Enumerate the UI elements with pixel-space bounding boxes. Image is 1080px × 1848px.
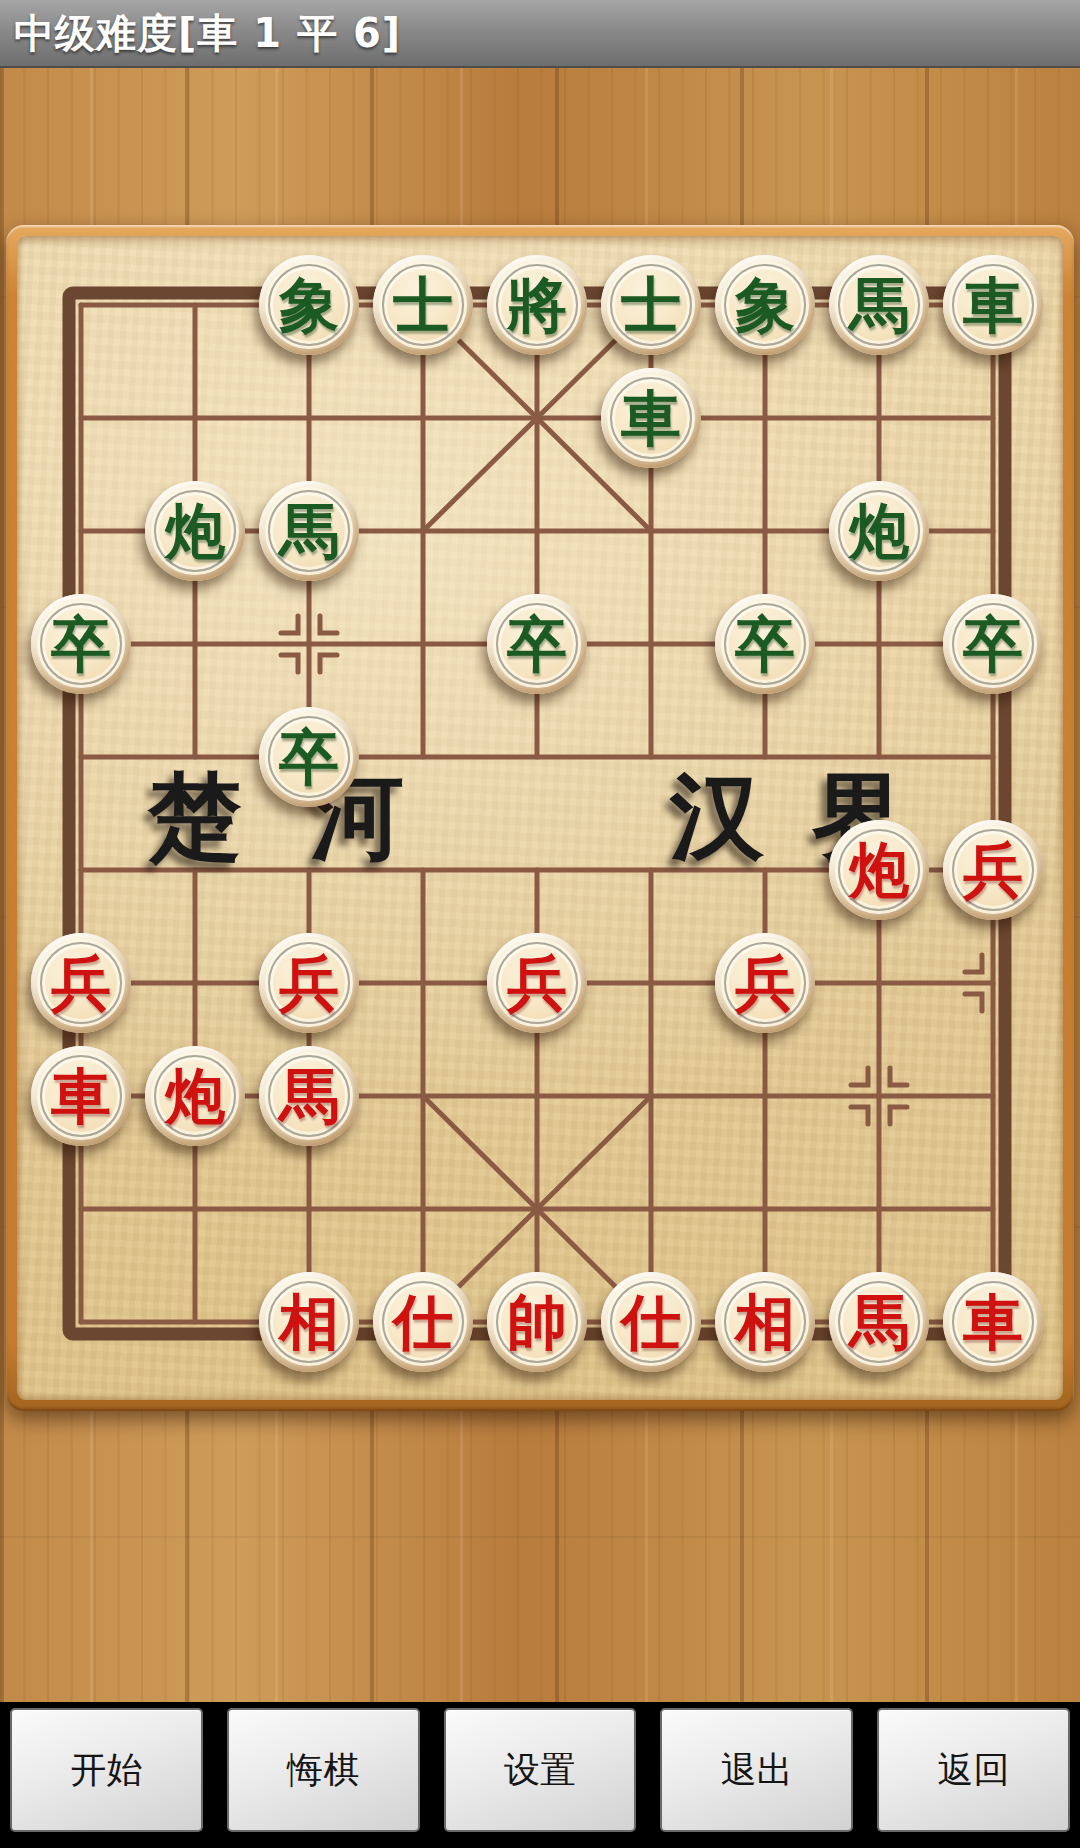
piece-glyph: 馬	[259, 1046, 359, 1146]
piece-red-炮-f1r7[interactable]: 炮	[145, 1046, 245, 1146]
piece-red-兵-f0r6[interactable]: 兵	[31, 933, 131, 1033]
piece-glyph: 車	[943, 1272, 1043, 1372]
piece-glyph: 炮	[145, 481, 245, 581]
piece-red-相-f2r9[interactable]: 相	[259, 1272, 359, 1372]
piece-red-車-f8r9[interactable]: 車	[943, 1272, 1043, 1372]
xiangqi-board: 楚 河 汉 界 象士將士象馬車車炮馬炮卒卒卒卒卒炮兵兵兵兵兵車炮馬相仕帥仕相馬車	[6, 225, 1074, 1411]
piece-black-卒-f8r3[interactable]: 卒	[943, 594, 1043, 694]
piece-glyph: 車	[601, 368, 701, 468]
piece-black-馬-f7r0[interactable]: 馬	[829, 255, 929, 355]
piece-red-仕-f3r9[interactable]: 仕	[373, 1272, 473, 1372]
piece-red-兵-f2r6[interactable]: 兵	[259, 933, 359, 1033]
piece-glyph: 相	[259, 1272, 359, 1372]
piece-black-象-f2r0[interactable]: 象	[259, 255, 359, 355]
piece-glyph: 象	[259, 255, 359, 355]
piece-red-兵-f8r5[interactable]: 兵	[943, 820, 1043, 920]
title-bar: 中级难度[車 1 平 6]	[0, 0, 1080, 68]
piece-glyph: 象	[715, 255, 815, 355]
piece-black-馬-f2r2[interactable]: 馬	[259, 481, 359, 581]
piece-black-炮-f7r2[interactable]: 炮	[829, 481, 929, 581]
piece-red-仕-f5r9[interactable]: 仕	[601, 1272, 701, 1372]
bottom-toolbar: 开始 悔棋 设置 退出 返回	[0, 1702, 1080, 1848]
settings-button[interactable]: 设置	[444, 1708, 637, 1832]
piece-black-車-f8r0[interactable]: 車	[943, 255, 1043, 355]
piece-glyph: 馬	[829, 255, 929, 355]
piece-black-炮-f1r2[interactable]: 炮	[145, 481, 245, 581]
piece-glyph: 卒	[259, 707, 359, 807]
piece-glyph: 兵	[487, 933, 587, 1033]
piece-black-卒-f6r3[interactable]: 卒	[715, 594, 815, 694]
app-screen: 中级难度[車 1 平 6] 楚 河 汉 界 象士將士象馬車車炮馬炮卒卒卒卒卒炮兵…	[0, 0, 1080, 1848]
piece-glyph: 兵	[31, 933, 131, 1033]
piece-red-炮-f7r5[interactable]: 炮	[829, 820, 929, 920]
piece-red-帥-f4r9[interactable]: 帥	[487, 1272, 587, 1372]
piece-red-兵-f4r6[interactable]: 兵	[487, 933, 587, 1033]
piece-glyph: 卒	[943, 594, 1043, 694]
pieces-layer: 象士將士象馬車車炮馬炮卒卒卒卒卒炮兵兵兵兵兵車炮馬相仕帥仕相馬車	[6, 225, 1074, 1411]
piece-glyph: 士	[601, 255, 701, 355]
piece-black-象-f6r0[interactable]: 象	[715, 255, 815, 355]
piece-black-卒-f0r3[interactable]: 卒	[31, 594, 131, 694]
back-button[interactable]: 返回	[877, 1708, 1070, 1832]
piece-black-卒-f4r3[interactable]: 卒	[487, 594, 587, 694]
piece-glyph: 車	[31, 1046, 131, 1146]
piece-glyph: 兵	[943, 820, 1043, 920]
piece-glyph: 卒	[715, 594, 815, 694]
piece-glyph: 卒	[31, 594, 131, 694]
piece-glyph: 卒	[487, 594, 587, 694]
piece-glyph: 馬	[829, 1272, 929, 1372]
piece-glyph: 相	[715, 1272, 815, 1372]
piece-glyph: 兵	[715, 933, 815, 1033]
piece-red-車-f0r7[interactable]: 車	[31, 1046, 131, 1146]
quit-button[interactable]: 退出	[660, 1708, 853, 1832]
piece-glyph: 車	[943, 255, 1043, 355]
piece-glyph: 炮	[145, 1046, 245, 1146]
piece-red-相-f6r9[interactable]: 相	[715, 1272, 815, 1372]
piece-black-車-f5r1[interactable]: 車	[601, 368, 701, 468]
piece-glyph: 仕	[373, 1272, 473, 1372]
piece-red-馬-f2r7[interactable]: 馬	[259, 1046, 359, 1146]
piece-glyph: 炮	[829, 820, 929, 920]
page-title: 中级难度[車 1 平 6]	[0, 6, 401, 61]
piece-black-將-f4r0[interactable]: 將	[487, 255, 587, 355]
piece-black-士-f5r0[interactable]: 士	[601, 255, 701, 355]
piece-glyph: 將	[487, 255, 587, 355]
piece-glyph: 馬	[259, 481, 359, 581]
start-button[interactable]: 开始	[10, 1708, 203, 1832]
piece-black-士-f3r0[interactable]: 士	[373, 255, 473, 355]
piece-glyph: 炮	[829, 481, 929, 581]
piece-red-兵-f6r6[interactable]: 兵	[715, 933, 815, 1033]
piece-glyph: 士	[373, 255, 473, 355]
piece-glyph: 帥	[487, 1272, 587, 1372]
undo-button[interactable]: 悔棋	[227, 1708, 420, 1832]
piece-black-卒-f2r4[interactable]: 卒	[259, 707, 359, 807]
piece-red-馬-f7r9[interactable]: 馬	[829, 1272, 929, 1372]
piece-glyph: 仕	[601, 1272, 701, 1372]
piece-glyph: 兵	[259, 933, 359, 1033]
